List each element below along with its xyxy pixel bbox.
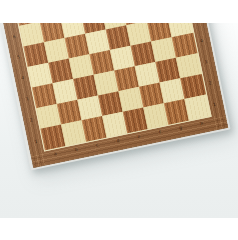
rank-label-7: 7: [2, 23, 18, 28]
product-photo[interactable]: abcdefgh abcdefgh 12345678 12345678: [0, 23, 238, 218]
board-frame: abcdefgh abcdefgh 12345678 12345678: [0, 23, 228, 168]
square-h1: [185, 95, 210, 120]
playing-area: [9, 23, 211, 151]
chessboard: abcdefgh abcdefgh 12345678 12345678: [0, 23, 231, 171]
